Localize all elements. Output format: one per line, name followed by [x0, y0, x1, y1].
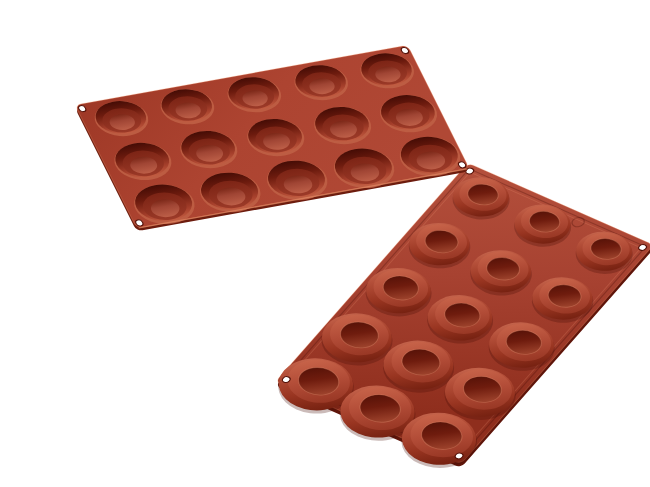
- product-photo: [40, 16, 650, 487]
- silicone-molds-illustration: [40, 16, 650, 487]
